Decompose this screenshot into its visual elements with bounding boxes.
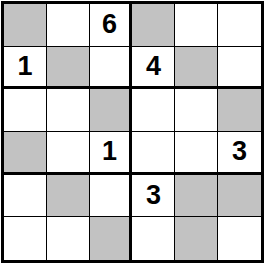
cell-r3c6[interactable]	[218, 89, 261, 132]
cell-r1c1[interactable]	[4, 4, 47, 47]
cell-r1c2[interactable]	[47, 4, 90, 47]
cell-r4c5[interactable]	[175, 132, 218, 175]
cell-r6c4[interactable]	[132, 217, 175, 260]
given-digit: 1	[102, 138, 117, 165]
cell-r4c6[interactable]: 3	[218, 132, 261, 175]
cell-r5c6[interactable]	[218, 175, 261, 218]
cell-r6c3[interactable]	[90, 217, 133, 260]
cell-r2c4[interactable]: 4	[132, 47, 175, 90]
cell-r4c3[interactable]: 1	[90, 132, 133, 175]
cell-r2c5[interactable]	[175, 47, 218, 90]
cell-r6c2[interactable]	[47, 217, 90, 260]
cell-r3c5[interactable]	[175, 89, 218, 132]
cell-r5c2[interactable]	[47, 175, 90, 218]
given-digit: 6	[102, 11, 117, 38]
cell-r3c3[interactable]	[90, 89, 133, 132]
cell-r5c1[interactable]	[4, 175, 47, 218]
cell-r2c6[interactable]	[218, 47, 261, 90]
sudoku-board: 614133	[1, 1, 264, 263]
cell-r4c2[interactable]	[47, 132, 90, 175]
cell-r4c1[interactable]	[4, 132, 47, 175]
cell-r6c6[interactable]	[218, 217, 261, 260]
given-digit: 4	[146, 53, 161, 80]
cell-r3c2[interactable]	[47, 89, 90, 132]
cell-r1c3[interactable]: 6	[90, 4, 133, 47]
cell-r1c4[interactable]	[132, 4, 175, 47]
cell-r2c1[interactable]: 1	[4, 47, 47, 90]
cell-r5c3[interactable]	[90, 175, 133, 218]
given-digit: 1	[17, 53, 32, 80]
cell-r2c2[interactable]	[47, 47, 90, 90]
cell-r5c4[interactable]: 3	[132, 175, 175, 218]
cell-r2c3[interactable]	[90, 47, 133, 90]
cell-r4c4[interactable]	[132, 132, 175, 175]
given-digit: 3	[146, 182, 161, 209]
cell-r1c6[interactable]	[218, 4, 261, 47]
cell-r6c5[interactable]	[175, 217, 218, 260]
cell-r3c4[interactable]	[132, 89, 175, 132]
cell-r1c5[interactable]	[175, 4, 218, 47]
cell-r3c1[interactable]	[4, 89, 47, 132]
given-digit: 3	[232, 138, 247, 165]
cell-r6c1[interactable]	[4, 217, 47, 260]
cell-r5c5[interactable]	[175, 175, 218, 218]
